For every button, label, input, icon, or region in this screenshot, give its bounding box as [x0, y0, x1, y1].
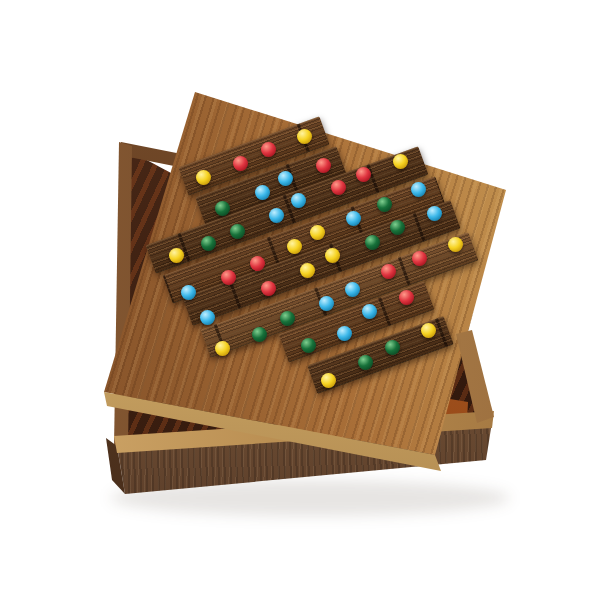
peg-blue — [362, 304, 377, 319]
peg-blue — [291, 193, 306, 208]
peg-red — [261, 281, 276, 296]
product-photo-stage — [0, 0, 600, 600]
peg-green — [230, 224, 245, 239]
peg-green — [301, 338, 316, 353]
peg-yellow — [310, 225, 325, 240]
peg-yellow — [196, 170, 211, 185]
peg-yellow — [321, 373, 336, 388]
peg-blue — [319, 296, 334, 311]
peg-blue — [411, 182, 426, 197]
peg-blue — [200, 310, 215, 325]
peg-red — [233, 156, 248, 171]
peg-yellow — [297, 129, 312, 144]
peg-yellow — [325, 248, 340, 263]
peg-yellow — [448, 237, 463, 252]
peg-green — [215, 201, 230, 216]
peg-yellow — [421, 323, 436, 338]
peg-green — [385, 340, 400, 355]
peg-yellow — [300, 263, 315, 278]
peg-blue — [278, 171, 293, 186]
peg-green — [390, 220, 405, 235]
peg-red — [399, 290, 414, 305]
peg-green — [252, 327, 267, 342]
peg-blue — [337, 326, 352, 341]
peg-red — [250, 256, 265, 271]
peg-red — [331, 180, 346, 195]
peg-blue — [427, 206, 442, 221]
peg-yellow — [393, 154, 408, 169]
peg-green — [377, 197, 392, 212]
peg-blue — [269, 208, 284, 223]
peg-yellow — [215, 341, 230, 356]
peg-green — [365, 235, 380, 250]
peg-green — [280, 311, 295, 326]
peg-blue — [181, 285, 196, 300]
peg-red — [381, 264, 396, 279]
peg-blue — [255, 185, 270, 200]
peg-red — [316, 158, 331, 173]
peg-red — [221, 270, 236, 285]
peg-red — [356, 167, 371, 182]
peg-red — [261, 142, 276, 157]
peg-green — [358, 355, 373, 370]
peg-yellow — [169, 248, 184, 263]
peg-red — [412, 251, 427, 266]
peg-blue — [345, 282, 360, 297]
peg-green — [201, 236, 216, 251]
peg-yellow — [287, 239, 302, 254]
peg-blue — [346, 211, 361, 226]
